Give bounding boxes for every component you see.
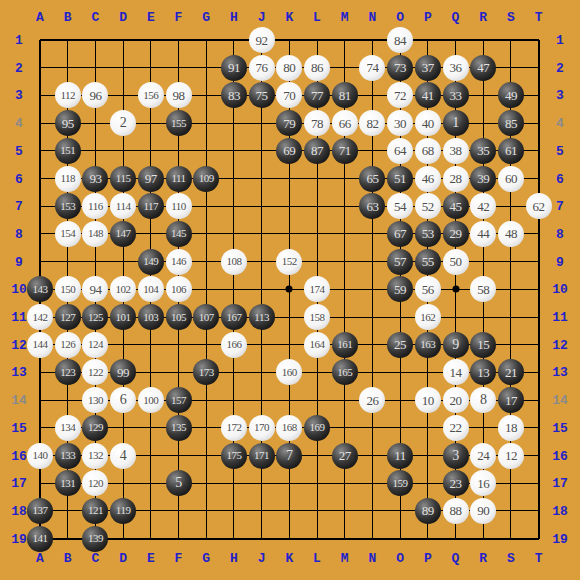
stone-F15[interactable]: 135 — [166, 415, 192, 441]
stone-O17[interactable]: 159 — [387, 470, 413, 496]
move-number: 93 — [89, 172, 101, 185]
stone-N6[interactable]: 65 — [359, 166, 385, 192]
row-label-right-19: 19 — [552, 531, 568, 546]
row-label-right-14: 14 — [552, 393, 568, 408]
stone-Q17[interactable]: 23 — [443, 470, 469, 496]
move-number: 59 — [394, 283, 406, 296]
move-number: 124 — [88, 339, 103, 350]
stone-M12[interactable]: 161 — [332, 332, 358, 358]
move-number: 92 — [256, 34, 268, 47]
stone-D13[interactable]: 99 — [110, 359, 136, 385]
stone-O3[interactable]: 72 — [387, 82, 413, 108]
move-number: 85 — [505, 117, 517, 130]
stone-D6[interactable]: 115 — [110, 166, 136, 192]
stone-H9[interactable]: 108 — [221, 249, 247, 275]
row-label-right-15: 15 — [552, 420, 568, 435]
move-number: 150 — [60, 284, 75, 295]
stone-B3[interactable]: 112 — [55, 82, 81, 108]
move-number: 106 — [171, 284, 186, 295]
stone-D14[interactable]: 6 — [110, 387, 136, 413]
stone-P14[interactable]: 10 — [415, 387, 441, 413]
col-label-top-J: J — [258, 10, 266, 25]
stone-T7[interactable]: 62 — [526, 193, 552, 219]
col-label-top-D: D — [119, 10, 127, 25]
move-number: 87 — [311, 144, 323, 157]
stone-P3[interactable]: 41 — [415, 82, 441, 108]
move-number: 66 — [339, 117, 351, 130]
move-number: 113 — [254, 312, 269, 323]
stone-H16[interactable]: 175 — [221, 443, 247, 469]
stone-S8[interactable]: 48 — [498, 221, 524, 247]
stone-J1[interactable]: 92 — [249, 27, 275, 53]
move-number: 53 — [422, 227, 434, 240]
stone-H2[interactable]: 91 — [221, 55, 247, 81]
move-number: 76 — [256, 61, 268, 74]
move-number: 33 — [450, 89, 462, 102]
stone-S3[interactable]: 49 — [498, 82, 524, 108]
move-number: 162 — [420, 312, 435, 323]
stone-R14[interactable]: 8 — [470, 387, 496, 413]
stone-B5[interactable]: 151 — [55, 138, 81, 164]
stone-L2[interactable]: 86 — [304, 55, 330, 81]
stone-R18[interactable]: 90 — [470, 498, 496, 524]
stone-J15[interactable]: 170 — [249, 415, 275, 441]
stone-J3[interactable]: 75 — [249, 82, 275, 108]
move-number: 23 — [450, 477, 462, 490]
stone-E14[interactable]: 100 — [138, 387, 164, 413]
move-number: 78 — [311, 117, 323, 130]
move-number: 22 — [450, 421, 462, 434]
col-label-top-E: E — [147, 10, 155, 25]
stone-R6[interactable]: 39 — [470, 166, 496, 192]
move-number: 101 — [116, 312, 131, 323]
stone-O9[interactable]: 57 — [387, 249, 413, 275]
stone-R8[interactable]: 44 — [470, 221, 496, 247]
move-number: 79 — [283, 117, 295, 130]
stone-S13[interactable]: 21 — [498, 359, 524, 385]
stone-K15[interactable]: 168 — [276, 415, 302, 441]
move-number: 94 — [89, 283, 101, 296]
stone-C8[interactable]: 148 — [82, 221, 108, 247]
stone-M13[interactable]: 165 — [332, 359, 358, 385]
col-label-top-P: P — [424, 10, 432, 25]
move-number: 125 — [88, 312, 103, 323]
col-label-bottom-K: K — [285, 551, 293, 566]
move-number: 88 — [450, 504, 462, 517]
stone-R10[interactable]: 58 — [470, 276, 496, 302]
stone-K16[interactable]: 7 — [276, 443, 302, 469]
col-label-bottom-G: G — [202, 551, 210, 566]
stone-K5[interactable]: 69 — [276, 138, 302, 164]
move-number: 160 — [282, 367, 297, 378]
row-label-right-13: 13 — [552, 365, 568, 380]
stone-K13[interactable]: 160 — [276, 359, 302, 385]
move-number: 168 — [282, 422, 297, 433]
col-label-bottom-T: T — [535, 551, 543, 566]
move-number: 142 — [33, 312, 48, 323]
stone-B15[interactable]: 134 — [55, 415, 81, 441]
row-label-right-5: 5 — [556, 143, 564, 158]
stone-G11[interactable]: 107 — [193, 304, 219, 330]
move-number: 151 — [60, 145, 75, 156]
stone-B10[interactable]: 150 — [55, 276, 81, 302]
stone-C17[interactable]: 120 — [82, 470, 108, 496]
row-label-left-18: 18 — [11, 503, 27, 518]
move-number: 121 — [88, 505, 103, 516]
grid-vertical-line — [538, 40, 540, 539]
col-label-bottom-D: D — [119, 551, 127, 566]
stone-D18[interactable]: 119 — [110, 498, 136, 524]
stone-E7[interactable]: 117 — [138, 193, 164, 219]
col-label-top-H: H — [230, 10, 238, 25]
stone-E9[interactable]: 149 — [138, 249, 164, 275]
stone-P8[interactable]: 53 — [415, 221, 441, 247]
stone-M4[interactable]: 66 — [332, 110, 358, 136]
row-label-right-1: 1 — [556, 33, 564, 48]
stone-H3[interactable]: 83 — [221, 82, 247, 108]
row-label-left-13: 13 — [11, 365, 27, 380]
col-label-bottom-L: L — [313, 551, 321, 566]
stone-F9[interactable]: 146 — [166, 249, 192, 275]
stone-O6[interactable]: 51 — [387, 166, 413, 192]
stone-F3[interactable]: 98 — [166, 82, 192, 108]
stone-A18[interactable]: 137 — [27, 498, 53, 524]
stone-C15[interactable]: 129 — [82, 415, 108, 441]
move-number: 107 — [199, 312, 214, 323]
move-number: 99 — [117, 366, 129, 379]
stone-M16[interactable]: 27 — [332, 443, 358, 469]
row-label-left-5: 5 — [15, 143, 23, 158]
stone-F14[interactable]: 157 — [166, 387, 192, 413]
move-number: 81 — [339, 89, 351, 102]
move-number: 112 — [60, 90, 75, 101]
stone-Q6[interactable]: 28 — [443, 166, 469, 192]
move-number: 102 — [116, 284, 131, 295]
stone-A12[interactable]: 144 — [27, 332, 53, 358]
stone-C7[interactable]: 116 — [82, 193, 108, 219]
stone-B17[interactable]: 131 — [55, 470, 81, 496]
stone-E10[interactable]: 104 — [138, 276, 164, 302]
stone-C11[interactable]: 125 — [82, 304, 108, 330]
move-number: 167 — [226, 312, 241, 323]
stone-O12[interactable]: 25 — [387, 332, 413, 358]
move-number: 86 — [311, 61, 323, 74]
move-number: 95 — [62, 117, 74, 130]
stone-Q4[interactable]: 1 — [443, 110, 469, 136]
move-number: 171 — [254, 450, 269, 461]
move-number: 169 — [310, 422, 325, 433]
stone-Q18[interactable]: 88 — [443, 498, 469, 524]
stone-R12[interactable]: 15 — [470, 332, 496, 358]
move-number: 174 — [310, 284, 325, 295]
row-label-right-4: 4 — [556, 116, 564, 131]
row-label-left-2: 2 — [15, 60, 23, 75]
stone-E3[interactable]: 156 — [138, 82, 164, 108]
move-number: 155 — [171, 118, 186, 129]
stone-C10[interactable]: 94 — [82, 276, 108, 302]
move-number: 9 — [452, 338, 459, 352]
stone-Q3[interactable]: 33 — [443, 82, 469, 108]
move-number: 5 — [175, 476, 182, 490]
move-number: 4 — [120, 449, 127, 463]
stone-D16[interactable]: 4 — [110, 443, 136, 469]
col-label-top-S: S — [507, 10, 515, 25]
stone-C14[interactable]: 130 — [82, 387, 108, 413]
col-label-top-L: L — [313, 10, 321, 25]
move-number: 163 — [420, 339, 435, 350]
stone-F11[interactable]: 105 — [166, 304, 192, 330]
row-label-right-8: 8 — [556, 226, 564, 241]
stone-B16[interactable]: 133 — [55, 443, 81, 469]
move-number: 55 — [422, 255, 434, 268]
stone-J11[interactable]: 113 — [249, 304, 275, 330]
stone-C18[interactable]: 121 — [82, 498, 108, 524]
stone-C3[interactable]: 96 — [82, 82, 108, 108]
stone-F10[interactable]: 106 — [166, 276, 192, 302]
col-label-bottom-A: A — [36, 551, 44, 566]
stone-S6[interactable]: 60 — [498, 166, 524, 192]
stone-F4[interactable]: 155 — [166, 110, 192, 136]
move-number: 6 — [120, 393, 127, 407]
move-number: 133 — [60, 450, 75, 461]
stone-L10[interactable]: 174 — [304, 276, 330, 302]
stone-D7[interactable]: 114 — [110, 193, 136, 219]
stone-L4[interactable]: 78 — [304, 110, 330, 136]
stone-N14[interactable]: 26 — [359, 387, 385, 413]
stone-B12[interactable]: 126 — [55, 332, 81, 358]
stone-H11[interactable]: 167 — [221, 304, 247, 330]
stone-B11[interactable]: 127 — [55, 304, 81, 330]
stone-D10[interactable]: 102 — [110, 276, 136, 302]
stone-P4[interactable]: 40 — [415, 110, 441, 136]
stone-B13[interactable]: 123 — [55, 359, 81, 385]
stone-N4[interactable]: 82 — [359, 110, 385, 136]
move-number: 71 — [339, 144, 351, 157]
move-number: 57 — [394, 255, 406, 268]
stone-E6[interactable]: 97 — [138, 166, 164, 192]
stone-K2[interactable]: 80 — [276, 55, 302, 81]
stone-A16[interactable]: 140 — [27, 443, 53, 469]
stone-P9[interactable]: 55 — [415, 249, 441, 275]
stone-R7[interactable]: 42 — [470, 193, 496, 219]
stone-G13[interactable]: 173 — [193, 359, 219, 385]
row-label-left-17: 17 — [11, 476, 27, 491]
stone-F8[interactable]: 145 — [166, 221, 192, 247]
stone-P12[interactable]: 163 — [415, 332, 441, 358]
stone-D4[interactable]: 2 — [110, 110, 136, 136]
col-label-bottom-S: S — [507, 551, 515, 566]
stone-A19[interactable]: 141 — [27, 526, 53, 552]
stone-O10[interactable]: 59 — [387, 276, 413, 302]
row-label-right-12: 12 — [552, 337, 568, 352]
move-number: 157 — [171, 395, 186, 406]
stone-P10[interactable]: 56 — [415, 276, 441, 302]
stone-O1[interactable]: 84 — [387, 27, 413, 53]
row-label-right-6: 6 — [556, 171, 564, 186]
stone-K3[interactable]: 70 — [276, 82, 302, 108]
stone-R16[interactable]: 24 — [470, 443, 496, 469]
stone-J16[interactable]: 171 — [249, 443, 275, 469]
stone-R2[interactable]: 47 — [470, 55, 496, 81]
move-number: 145 — [171, 228, 186, 239]
stone-P7[interactable]: 52 — [415, 193, 441, 219]
stone-Q12[interactable]: 9 — [443, 332, 469, 358]
stone-A11[interactable]: 142 — [27, 304, 53, 330]
move-number: 122 — [88, 367, 103, 378]
stone-C12[interactable]: 124 — [82, 332, 108, 358]
move-number: 46 — [422, 172, 434, 185]
col-label-top-K: K — [285, 10, 293, 25]
move-number: 13 — [477, 366, 489, 379]
move-number: 104 — [143, 284, 158, 295]
stone-P5[interactable]: 68 — [415, 138, 441, 164]
col-label-top-N: N — [368, 10, 376, 25]
stone-Q16[interactable]: 3 — [443, 443, 469, 469]
stone-F6[interactable]: 111 — [166, 166, 192, 192]
stone-S16[interactable]: 12 — [498, 443, 524, 469]
move-number: 137 — [33, 505, 48, 516]
stone-M5[interactable]: 71 — [332, 138, 358, 164]
stone-D8[interactable]: 147 — [110, 221, 136, 247]
row-label-left-15: 15 — [11, 420, 27, 435]
move-number: 21 — [505, 366, 517, 379]
stone-S4[interactable]: 85 — [498, 110, 524, 136]
move-number: 52 — [422, 200, 434, 213]
move-number: 103 — [143, 312, 158, 323]
stone-R17[interactable]: 16 — [470, 470, 496, 496]
stone-P18[interactable]: 89 — [415, 498, 441, 524]
move-number: 38 — [450, 144, 462, 157]
move-number: 166 — [226, 339, 241, 350]
move-number: 139 — [88, 533, 103, 544]
move-number: 131 — [60, 478, 75, 489]
stone-R5[interactable]: 35 — [470, 138, 496, 164]
move-number: 153 — [60, 201, 75, 212]
col-label-top-A: A — [36, 10, 44, 25]
stone-D11[interactable]: 101 — [110, 304, 136, 330]
grid-horizontal-line — [40, 538, 539, 540]
stone-B4[interactable]: 95 — [55, 110, 81, 136]
move-number: 25 — [394, 338, 406, 351]
stone-R13[interactable]: 13 — [470, 359, 496, 385]
stone-G6[interactable]: 109 — [193, 166, 219, 192]
move-number: 156 — [143, 90, 158, 101]
stone-N7[interactable]: 63 — [359, 193, 385, 219]
stone-C6[interactable]: 93 — [82, 166, 108, 192]
stone-H15[interactable]: 172 — [221, 415, 247, 441]
move-number: 17 — [505, 394, 517, 407]
move-number: 83 — [228, 89, 240, 102]
stone-L15[interactable]: 169 — [304, 415, 330, 441]
stone-O5[interactable]: 64 — [387, 138, 413, 164]
stone-B7[interactable]: 153 — [55, 193, 81, 219]
stone-C19[interactable]: 139 — [82, 526, 108, 552]
stone-Q14[interactable]: 20 — [443, 387, 469, 413]
stone-L3[interactable]: 77 — [304, 82, 330, 108]
stone-Q13[interactable]: 14 — [443, 359, 469, 385]
stone-K9[interactable]: 152 — [276, 249, 302, 275]
stone-Q9[interactable]: 50 — [443, 249, 469, 275]
move-number: 82 — [366, 117, 378, 130]
move-number: 120 — [88, 478, 103, 489]
stone-C13[interactable]: 122 — [82, 359, 108, 385]
stone-C16[interactable]: 132 — [82, 443, 108, 469]
move-number: 72 — [394, 89, 406, 102]
move-number: 36 — [450, 61, 462, 74]
col-label-bottom-J: J — [258, 551, 266, 566]
stone-F7[interactable]: 110 — [166, 193, 192, 219]
move-number: 134 — [60, 422, 75, 433]
stone-O16[interactable]: 11 — [387, 443, 413, 469]
stone-Q7[interactable]: 45 — [443, 193, 469, 219]
move-number: 7 — [286, 449, 293, 463]
go-board[interactable]: AABBCCDDEEFFGGHHJJKKLLMMNNOOPPQQRRSSTT11… — [0, 0, 580, 580]
col-label-bottom-P: P — [424, 551, 432, 566]
stone-B8[interactable]: 154 — [55, 221, 81, 247]
move-number: 30 — [394, 117, 406, 130]
stone-P6[interactable]: 46 — [415, 166, 441, 192]
stone-O4[interactable]: 30 — [387, 110, 413, 136]
stone-B6[interactable]: 118 — [55, 166, 81, 192]
stone-O2[interactable]: 73 — [387, 55, 413, 81]
move-number: 69 — [283, 144, 295, 157]
stone-Q15[interactable]: 22 — [443, 415, 469, 441]
stone-Q2[interactable]: 36 — [443, 55, 469, 81]
stone-A10[interactable]: 143 — [27, 276, 53, 302]
move-number: 29 — [450, 227, 462, 240]
move-number: 130 — [88, 395, 103, 406]
stone-L12[interactable]: 164 — [304, 332, 330, 358]
stone-K4[interactable]: 79 — [276, 110, 302, 136]
stone-Q5[interactable]: 38 — [443, 138, 469, 164]
stone-N2[interactable]: 74 — [359, 55, 385, 81]
stone-L11[interactable]: 158 — [304, 304, 330, 330]
stone-H12[interactable]: 166 — [221, 332, 247, 358]
stone-E11[interactable]: 103 — [138, 304, 164, 330]
stone-P2[interactable]: 37 — [415, 55, 441, 81]
move-number: 100 — [143, 395, 158, 406]
stone-M3[interactable]: 81 — [332, 82, 358, 108]
move-number: 91 — [228, 61, 240, 74]
move-number: 40 — [422, 117, 434, 130]
stone-S5[interactable]: 61 — [498, 138, 524, 164]
row-label-left-19: 19 — [11, 531, 27, 546]
row-label-left-10: 10 — [11, 282, 27, 297]
move-number: 119 — [116, 505, 131, 516]
stone-P11[interactable]: 162 — [415, 304, 441, 330]
stone-F17[interactable]: 5 — [166, 470, 192, 496]
stone-Q8[interactable]: 29 — [443, 221, 469, 247]
col-label-bottom-C: C — [91, 551, 99, 566]
row-label-left-11: 11 — [11, 310, 27, 325]
col-label-top-Q: Q — [452, 10, 460, 25]
stone-O8[interactable]: 67 — [387, 221, 413, 247]
col-label-bottom-E: E — [147, 551, 155, 566]
stone-S14[interactable]: 17 — [498, 387, 524, 413]
move-number: 48 — [505, 227, 517, 240]
col-label-bottom-M: M — [341, 551, 349, 566]
row-label-right-3: 3 — [556, 88, 564, 103]
col-label-bottom-Q: Q — [452, 551, 460, 566]
row-label-left-4: 4 — [15, 116, 23, 131]
move-number: 47 — [477, 61, 489, 74]
stone-L5[interactable]: 87 — [304, 138, 330, 164]
move-number: 147 — [116, 228, 131, 239]
stone-S15[interactable]: 18 — [498, 415, 524, 441]
stone-O7[interactable]: 54 — [387, 193, 413, 219]
star-point-Q10 — [452, 286, 459, 293]
stone-J2[interactable]: 76 — [249, 55, 275, 81]
